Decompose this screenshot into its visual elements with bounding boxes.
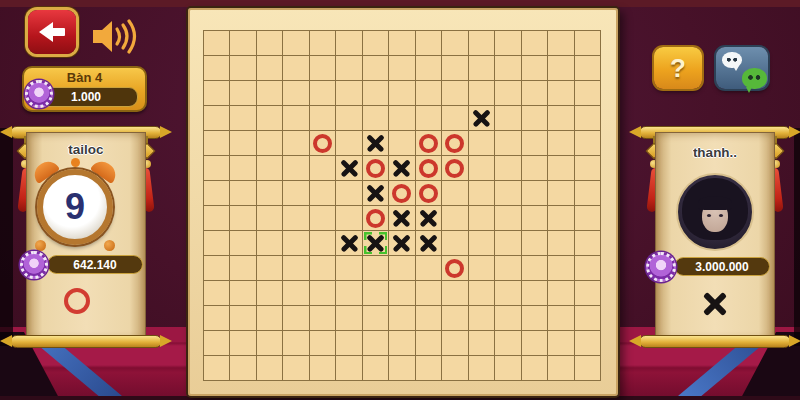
board-cell[interactable]	[283, 156, 309, 181]
board-cell[interactable]	[310, 31, 336, 56]
board-cell[interactable]	[283, 306, 309, 331]
board-cell[interactable]	[416, 131, 442, 156]
board-cell[interactable]	[495, 306, 521, 331]
wechat-green-bubble	[742, 68, 767, 89]
back-button[interactable]	[28, 10, 76, 54]
x-piece-marker	[702, 290, 728, 316]
board-cell[interactable]	[230, 181, 256, 206]
clock-knob-icon	[71, 158, 80, 167]
wechat-white-bubble	[722, 52, 742, 68]
x-piece	[419, 234, 438, 253]
board-cell[interactable]	[389, 231, 415, 256]
speaker-icon[interactable]	[90, 17, 138, 57]
board-cell[interactable]	[522, 231, 548, 256]
board-cell[interactable]	[442, 281, 468, 306]
board-cell[interactable]	[416, 256, 442, 281]
board-cell[interactable]	[283, 81, 309, 106]
board-cell[interactable]	[522, 356, 548, 381]
board-cell[interactable]	[522, 306, 548, 331]
board-cell[interactable]	[442, 306, 468, 331]
board-cell[interactable]	[575, 106, 601, 131]
board-cell[interactable]	[442, 206, 468, 231]
board-cell[interactable]	[495, 56, 521, 81]
clock-leg-icon	[104, 240, 115, 251]
board-cell[interactable]	[469, 256, 495, 281]
board-cell[interactable]	[389, 106, 415, 131]
board-cell[interactable]	[416, 331, 442, 356]
board-cell[interactable]	[442, 56, 468, 81]
board-cell[interactable]	[310, 181, 336, 206]
board-cell[interactable]	[204, 281, 230, 306]
x-piece	[419, 209, 438, 228]
clock-leg-icon	[35, 240, 46, 251]
x-piece	[392, 159, 411, 178]
board-cell[interactable]	[522, 156, 548, 181]
board-cell[interactable]	[495, 131, 521, 156]
o-piece-marker	[64, 288, 90, 314]
board-cell[interactable]	[522, 56, 548, 81]
board-cell[interactable]	[389, 31, 415, 56]
chip-icon	[25, 80, 53, 108]
rod-finial-icon	[0, 335, 12, 347]
board-cell[interactable]	[230, 106, 256, 131]
board-cell[interactable]	[442, 181, 468, 206]
o-piece	[313, 134, 332, 153]
board-cell[interactable]	[336, 281, 362, 306]
board-cell[interactable]	[389, 181, 415, 206]
table-plaque: Bàn 4 1.000	[22, 66, 147, 112]
board-cell[interactable]	[469, 206, 495, 231]
o-piece	[419, 134, 438, 153]
board-cell[interactable]	[548, 206, 574, 231]
board-cell[interactable]	[363, 256, 389, 281]
board-cell[interactable]	[469, 106, 495, 131]
rod-finial-icon	[629, 335, 641, 347]
board-cell[interactable]	[389, 81, 415, 106]
board-cell[interactable]	[257, 231, 283, 256]
board-cell[interactable]	[575, 181, 601, 206]
board-cell[interactable]	[548, 106, 574, 131]
board-cell[interactable]	[469, 331, 495, 356]
board-cell[interactable]	[363, 231, 389, 256]
rod-finial-icon	[160, 126, 172, 138]
board-cell[interactable]	[204, 181, 230, 206]
board-cell[interactable]	[283, 256, 309, 281]
board-cell[interactable]	[575, 306, 601, 331]
board-cell[interactable]	[522, 256, 548, 281]
board-cell[interactable]	[548, 131, 574, 156]
board-cell[interactable]	[283, 31, 309, 56]
board-cell[interactable]	[204, 231, 230, 256]
left-player-panel: tailoc 9 642.140	[17, 126, 155, 348]
board-cell[interactable]	[204, 256, 230, 281]
x-piece	[340, 159, 359, 178]
board-cell[interactable]	[469, 56, 495, 81]
board-cell[interactable]	[469, 306, 495, 331]
board-cell[interactable]	[204, 131, 230, 156]
board-cell[interactable]	[363, 156, 389, 181]
board-cell[interactable]	[230, 356, 256, 381]
board-cell[interactable]	[442, 106, 468, 131]
board-cell[interactable]	[204, 31, 230, 56]
board-cell[interactable]	[283, 131, 309, 156]
board-cell[interactable]	[495, 31, 521, 56]
board-cell[interactable]	[389, 156, 415, 181]
board-cell[interactable]	[230, 56, 256, 81]
board-cell[interactable]	[416, 181, 442, 206]
board-cell[interactable]	[495, 231, 521, 256]
o-piece	[366, 209, 385, 228]
board-cell[interactable]	[575, 131, 601, 156]
board-cell[interactable]	[257, 31, 283, 56]
board-cell[interactable]	[416, 56, 442, 81]
board-cell[interactable]	[442, 31, 468, 56]
board-cell[interactable]	[548, 181, 574, 206]
board-cell[interactable]	[230, 306, 256, 331]
board-grid	[203, 30, 601, 381]
board-cell[interactable]	[522, 181, 548, 206]
board-cell[interactable]	[548, 356, 574, 381]
board-cell[interactable]	[575, 56, 601, 81]
board-cell[interactable]	[389, 206, 415, 231]
board-cell[interactable]	[336, 56, 362, 81]
board-cell[interactable]	[495, 181, 521, 206]
back-arrow-icon	[39, 22, 66, 42]
board-cell[interactable]	[257, 206, 283, 231]
board-cell[interactable]	[336, 306, 362, 331]
o-piece	[445, 134, 464, 153]
o-piece	[445, 259, 464, 278]
board-cell[interactable]	[310, 56, 336, 81]
board-cell[interactable]	[522, 131, 548, 156]
board-cell[interactable]	[495, 331, 521, 356]
game-board	[186, 6, 620, 398]
board-cell[interactable]	[389, 131, 415, 156]
screen-edge-left	[0, 128, 13, 346]
board-cell[interactable]	[257, 131, 283, 156]
right-player-scroll: thanh.. 3.000.000	[655, 132, 775, 341]
x-piece	[472, 109, 491, 128]
board-cell[interactable]	[310, 131, 336, 156]
board-cell[interactable]	[416, 81, 442, 106]
board-cell[interactable]	[283, 106, 309, 131]
board-cell[interactable]	[310, 81, 336, 106]
board-cell[interactable]	[575, 81, 601, 106]
board-cell[interactable]	[283, 181, 309, 206]
board-cell[interactable]	[442, 131, 468, 156]
x-piece	[366, 184, 385, 203]
screen-edge-right	[794, 128, 800, 346]
board-cell[interactable]	[336, 31, 362, 56]
board-cell[interactable]	[389, 356, 415, 381]
o-piece	[419, 159, 438, 178]
board-cell[interactable]	[416, 106, 442, 131]
board-cell[interactable]	[310, 231, 336, 256]
board-cell[interactable]	[230, 331, 256, 356]
board-cell[interactable]	[416, 206, 442, 231]
board-cell[interactable]	[495, 106, 521, 131]
board-cell[interactable]	[283, 281, 309, 306]
board-cell[interactable]	[548, 156, 574, 181]
board-cell[interactable]	[336, 256, 362, 281]
rod-finial-icon	[629, 126, 641, 138]
board-cell[interactable]	[389, 281, 415, 306]
o-piece	[392, 184, 411, 203]
board-cell[interactable]	[363, 306, 389, 331]
board-cell[interactable]	[575, 331, 601, 356]
board-cell[interactable]	[230, 156, 256, 181]
board-cell[interactable]	[469, 181, 495, 206]
left-player-scroll: tailoc 9 642.140	[26, 132, 146, 341]
board-cell[interactable]	[416, 281, 442, 306]
board-cell[interactable]	[310, 306, 336, 331]
board-cell[interactable]	[257, 356, 283, 381]
board-cell[interactable]	[495, 156, 521, 181]
last-move-highlight	[364, 232, 387, 254]
board-cell[interactable]	[495, 256, 521, 281]
board-cell[interactable]	[204, 331, 230, 356]
board-cell[interactable]	[363, 331, 389, 356]
board-cell[interactable]	[363, 281, 389, 306]
board-cell[interactable]	[575, 206, 601, 231]
board-cell[interactable]	[257, 331, 283, 356]
board-cell[interactable]	[204, 206, 230, 231]
board-cell[interactable]	[575, 256, 601, 281]
board-cell[interactable]	[522, 31, 548, 56]
left-player-name: tailoc	[27, 142, 145, 157]
x-piece	[366, 134, 385, 153]
o-piece	[366, 159, 385, 178]
board-cell[interactable]	[363, 56, 389, 81]
board-cell[interactable]	[363, 31, 389, 56]
board-cell[interactable]	[204, 106, 230, 131]
board-cell[interactable]	[230, 31, 256, 56]
board-cell[interactable]	[442, 156, 468, 181]
board-cell[interactable]	[283, 206, 309, 231]
board-cell[interactable]	[522, 206, 548, 231]
board-cell[interactable]	[257, 56, 283, 81]
clock-face: 9	[37, 169, 113, 245]
board-cell[interactable]	[548, 306, 574, 331]
board-cell[interactable]	[363, 206, 389, 231]
board-cell[interactable]	[257, 306, 283, 331]
board-cell[interactable]	[363, 356, 389, 381]
rod-finial-icon	[160, 335, 172, 347]
board-cell[interactable]	[336, 181, 362, 206]
board-cell[interactable]	[310, 156, 336, 181]
board-cell[interactable]	[204, 56, 230, 81]
board-cell[interactable]	[310, 256, 336, 281]
board-cell[interactable]	[310, 106, 336, 131]
board-cell[interactable]	[204, 306, 230, 331]
board-cell[interactable]	[204, 356, 230, 381]
scroll-rod-bottom	[10, 335, 162, 348]
question-icon: ?	[670, 53, 686, 84]
scroll-rod-bottom	[639, 335, 791, 348]
board-cell[interactable]	[336, 81, 362, 106]
board-cell[interactable]	[495, 356, 521, 381]
board-cell[interactable]	[230, 206, 256, 231]
board-cell[interactable]	[442, 331, 468, 356]
board-cell[interactable]	[310, 281, 336, 306]
board-cell[interactable]	[230, 231, 256, 256]
board-cell[interactable]	[204, 81, 230, 106]
rod-finial-icon	[789, 126, 800, 138]
board-cell[interactable]	[283, 56, 309, 81]
board-cell[interactable]	[389, 256, 415, 281]
board-cell[interactable]	[575, 31, 601, 56]
board-cell[interactable]	[257, 281, 283, 306]
board-cell[interactable]	[363, 81, 389, 106]
board-cell[interactable]	[310, 331, 336, 356]
board-cell[interactable]	[416, 306, 442, 331]
o-piece	[445, 159, 464, 178]
board-cell[interactable]	[469, 131, 495, 156]
game-screen: Bàn 4 1.000 ? tailoc	[0, 0, 800, 400]
board-cell[interactable]	[442, 356, 468, 381]
board-cell[interactable]	[257, 256, 283, 281]
board-cell[interactable]	[495, 81, 521, 106]
left-player-coins: 642.140	[47, 255, 143, 274]
board-cell[interactable]	[336, 356, 362, 381]
board-cell[interactable]	[363, 106, 389, 131]
board-cell[interactable]	[522, 331, 548, 356]
x-piece	[392, 234, 411, 253]
right-player-panel: thanh.. 3.000.000	[646, 126, 784, 348]
board-cell[interactable]	[469, 31, 495, 56]
board-cell[interactable]	[257, 181, 283, 206]
board-cell[interactable]	[389, 306, 415, 331]
board-cell[interactable]	[283, 356, 309, 381]
board-cell[interactable]	[548, 231, 574, 256]
board-cell[interactable]	[548, 281, 574, 306]
board-cell[interactable]	[469, 356, 495, 381]
board-cell[interactable]	[416, 156, 442, 181]
board-cell[interactable]	[230, 281, 256, 306]
board-cell[interactable]	[416, 356, 442, 381]
board-cell[interactable]	[230, 256, 256, 281]
board-cell[interactable]	[575, 231, 601, 256]
board-cell[interactable]	[522, 106, 548, 131]
right-player-coins: 3.000.000	[674, 257, 770, 276]
board-cell[interactable]	[336, 231, 362, 256]
help-button[interactable]: ?	[654, 47, 702, 89]
wechat-button[interactable]	[716, 47, 768, 89]
right-player-name: thanh..	[656, 145, 774, 160]
chip-icon	[20, 251, 48, 279]
board-cell[interactable]	[442, 231, 468, 256]
board-cell[interactable]	[230, 131, 256, 156]
turn-timer: 9	[65, 189, 85, 225]
board-cell[interactable]	[363, 131, 389, 156]
board-cell[interactable]	[575, 356, 601, 381]
board-cell[interactable]	[310, 356, 336, 381]
board-cell[interactable]	[469, 156, 495, 181]
board-cell[interactable]	[336, 106, 362, 131]
board-cell[interactable]	[336, 206, 362, 231]
rod-finial-icon	[789, 335, 800, 347]
board-cell[interactable]	[230, 81, 256, 106]
chip-icon	[646, 252, 676, 282]
rod-finial-icon	[0, 126, 12, 138]
board-cell[interactable]	[495, 281, 521, 306]
board-cell[interactable]	[336, 156, 362, 181]
board-cell[interactable]	[336, 331, 362, 356]
alarm-clock: 9	[34, 166, 116, 248]
board-cell[interactable]	[389, 56, 415, 81]
board-cell[interactable]	[257, 106, 283, 131]
o-piece	[419, 184, 438, 203]
board-cell[interactable]	[548, 81, 574, 106]
board-cell[interactable]	[442, 81, 468, 106]
board-cell[interactable]	[257, 156, 283, 181]
board-cell[interactable]	[283, 331, 309, 356]
board-cell[interactable]	[522, 81, 548, 106]
board-cell[interactable]	[416, 231, 442, 256]
board-cell[interactable]	[548, 256, 574, 281]
board-cell[interactable]	[257, 81, 283, 106]
board-cell[interactable]	[469, 81, 495, 106]
board-cell[interactable]	[363, 181, 389, 206]
board-cell[interactable]	[204, 156, 230, 181]
x-piece	[392, 209, 411, 228]
board-cell[interactable]	[575, 156, 601, 181]
board-cell[interactable]	[548, 56, 574, 81]
x-piece	[340, 234, 359, 253]
board-cell[interactable]	[575, 281, 601, 306]
board-cell[interactable]	[495, 206, 521, 231]
avatar[interactable]	[676, 173, 754, 251]
board-cell[interactable]	[469, 281, 495, 306]
board-cell[interactable]	[336, 131, 362, 156]
board-cell[interactable]	[389, 331, 415, 356]
board-cell[interactable]	[283, 231, 309, 256]
board-cell[interactable]	[416, 31, 442, 56]
board-cell[interactable]	[548, 331, 574, 356]
board-cell[interactable]	[310, 206, 336, 231]
board-cell[interactable]	[548, 31, 574, 56]
board-cell[interactable]	[522, 281, 548, 306]
board-cell[interactable]	[442, 256, 468, 281]
board-cell[interactable]	[469, 231, 495, 256]
